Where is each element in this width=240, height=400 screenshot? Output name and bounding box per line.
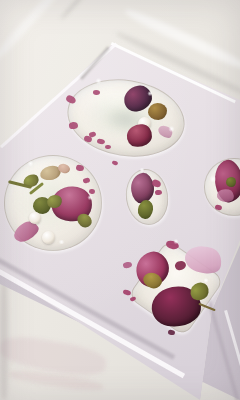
pearl-bead	[42, 231, 55, 244]
scene	[0, 0, 240, 400]
olive-calyx	[226, 177, 236, 187]
resin-sparkle	[210, 175, 216, 183]
amber-seed-pod	[148, 103, 167, 120]
resin-sparkle	[173, 239, 179, 244]
resin-sparkle	[147, 91, 153, 96]
photo-resin-mold: Resin craft mold photo: one large oval c…	[0, 0, 240, 400]
petal-flake	[93, 90, 100, 95]
resin-sparkle	[95, 78, 102, 84]
resin-sparkle	[27, 161, 34, 166]
resin-sparkle	[168, 126, 175, 132]
resin-sparkle	[87, 195, 93, 200]
resin-sparkle	[203, 278, 209, 283]
resin-sparkle	[139, 168, 145, 172]
resin-sparkle	[58, 240, 65, 244]
pearl-bead	[29, 212, 41, 224]
